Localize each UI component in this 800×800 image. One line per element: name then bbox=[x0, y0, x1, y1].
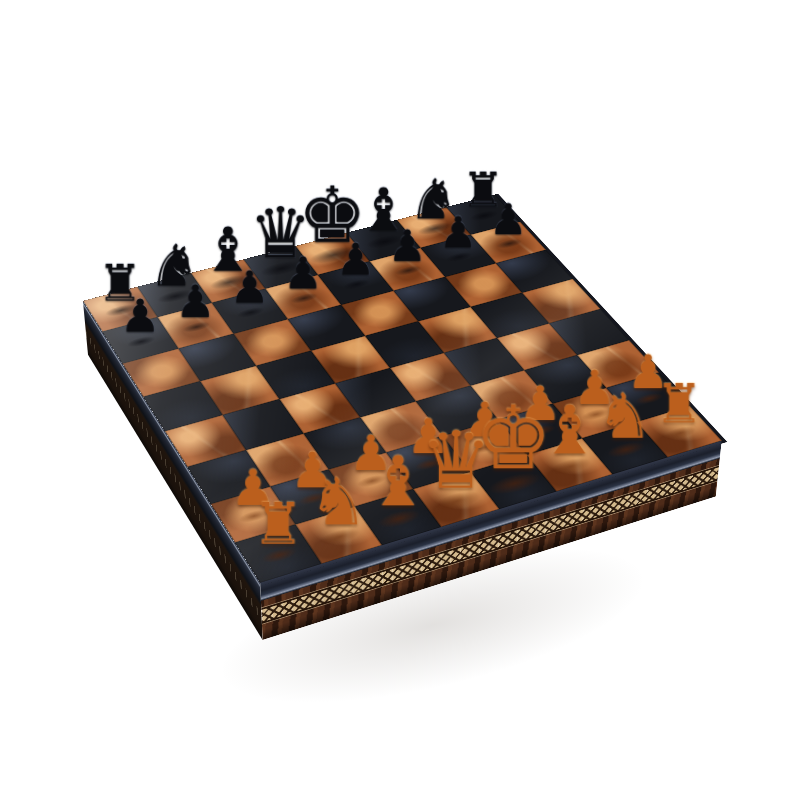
scene: ♜♞♝♛♚♝♞♜♟♟♟♟♟♟♟♟♟♟♟♟♟♟♟♟♜♞♝♛♚♝♞♜ bbox=[0, 0, 800, 800]
product-photo: ♜♞♝♛♚♝♞♜♟♟♟♟♟♟♟♟♟♟♟♟♟♟♟♟♜♞♝♛♚♝♞♜ chess bbox=[0, 0, 800, 800]
board-3d: ♜♞♝♛♚♝♞♜♟♟♟♟♟♟♟♟♟♟♟♟♟♟♟♟♜♞♝♛♚♝♞♜ bbox=[83, 194, 722, 582]
piece-white-rook-a1: ♜ bbox=[234, 441, 322, 551]
white-rook-glyph: ♜ bbox=[252, 497, 303, 551]
